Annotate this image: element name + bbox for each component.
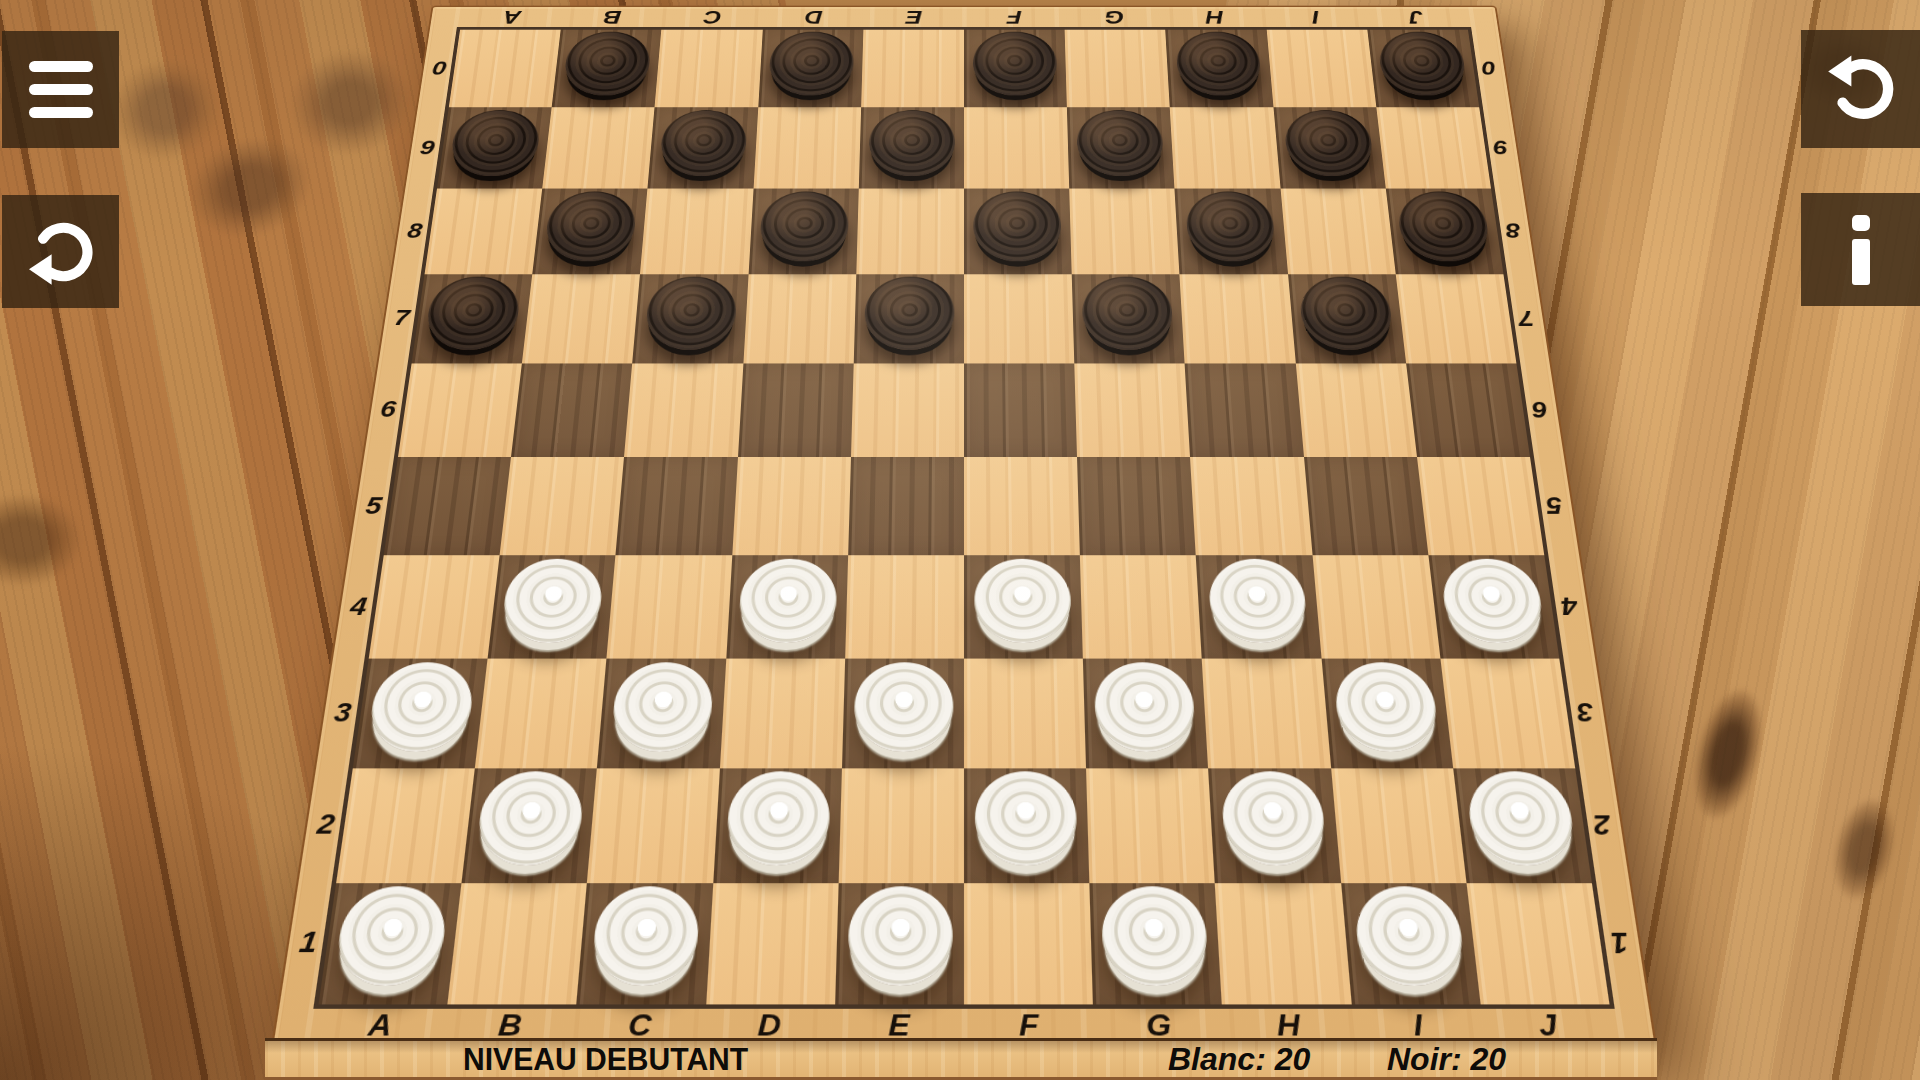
square-C2[interactable] xyxy=(587,768,719,883)
checkers-board[interactable]: ABCDEFGHIJ ABCDEFGHIJ 0987654321 0987654… xyxy=(271,6,1657,1045)
square-J3[interactable] xyxy=(1440,659,1575,768)
square-E0[interactable] xyxy=(861,30,964,108)
black-piece[interactable] xyxy=(1175,32,1263,96)
white-piece[interactable] xyxy=(1332,662,1440,751)
square-G7[interactable] xyxy=(1072,274,1185,363)
square-D4[interactable] xyxy=(726,555,848,659)
square-B4[interactable] xyxy=(488,555,616,659)
black-piece[interactable] xyxy=(1395,191,1491,261)
square-E6[interactable] xyxy=(851,363,964,457)
square-J4[interactable] xyxy=(1428,555,1559,659)
white-piece[interactable] xyxy=(1352,887,1466,986)
square-E5[interactable] xyxy=(848,457,964,555)
white-piece[interactable] xyxy=(1207,558,1309,643)
square-A1[interactable] xyxy=(318,883,461,1004)
square-J7[interactable] xyxy=(1396,274,1517,363)
square-B5[interactable] xyxy=(500,457,625,555)
coordinate-label: C xyxy=(662,6,764,29)
square-I4[interactable] xyxy=(1312,555,1440,659)
square-B6[interactable] xyxy=(511,363,632,457)
square-B1[interactable] xyxy=(448,883,588,1004)
square-E1[interactable] xyxy=(835,883,964,1004)
square-F9[interactable] xyxy=(964,107,1069,188)
square-I2[interactable] xyxy=(1331,768,1467,883)
black-piece[interactable] xyxy=(1184,191,1276,261)
white-piece[interactable] xyxy=(500,558,605,643)
square-A2[interactable] xyxy=(336,768,475,883)
white-piece[interactable] xyxy=(610,662,715,751)
white-piece[interactable] xyxy=(366,662,476,751)
square-H6[interactable] xyxy=(1185,363,1304,457)
square-D8[interactable] xyxy=(748,189,858,274)
square-F4[interactable] xyxy=(964,555,1083,659)
coordinate-label: B xyxy=(561,6,664,29)
board-grid xyxy=(318,30,1609,1005)
square-C1[interactable] xyxy=(577,883,713,1004)
black-piece[interactable] xyxy=(768,32,854,96)
square-C6[interactable] xyxy=(624,363,743,457)
coordinate-label: A xyxy=(460,6,563,29)
black-piece[interactable] xyxy=(1076,110,1164,177)
square-C5[interactable] xyxy=(616,457,738,555)
square-C0[interactable] xyxy=(655,30,763,108)
white-piece[interactable] xyxy=(1220,771,1328,865)
coordinate-label: F xyxy=(964,6,1065,29)
black-piece[interactable] xyxy=(544,191,638,261)
white-piece[interactable] xyxy=(475,771,586,865)
square-H5[interactable] xyxy=(1190,457,1312,555)
square-J9[interactable] xyxy=(1376,107,1491,188)
coordinate-label: I xyxy=(1264,6,1367,29)
square-B3[interactable] xyxy=(475,659,607,768)
square-B0[interactable] xyxy=(552,30,662,108)
square-I8[interactable] xyxy=(1280,189,1395,274)
square-G3[interactable] xyxy=(1083,659,1208,768)
coordinate-label: J xyxy=(1364,6,1467,29)
undo-button[interactable] xyxy=(1801,30,1920,148)
white-piece[interactable] xyxy=(975,771,1078,865)
white-piece[interactable] xyxy=(737,558,837,643)
coordinate-label: D xyxy=(763,6,864,29)
square-G0[interactable] xyxy=(1065,30,1170,108)
white-piece[interactable] xyxy=(853,662,953,751)
square-D6[interactable] xyxy=(738,363,854,457)
coordinate-label: E xyxy=(863,6,964,29)
square-D3[interactable] xyxy=(720,659,845,768)
square-A0[interactable] xyxy=(449,30,561,108)
square-I1[interactable] xyxy=(1341,883,1481,1004)
square-F8[interactable] xyxy=(964,189,1072,274)
square-I3[interactable] xyxy=(1321,659,1453,768)
square-D0[interactable] xyxy=(758,30,863,108)
square-G5[interactable] xyxy=(1077,457,1196,555)
black-piece[interactable] xyxy=(1298,277,1395,350)
square-H8[interactable] xyxy=(1175,189,1288,274)
square-E3[interactable] xyxy=(842,659,964,768)
square-D2[interactable] xyxy=(713,768,842,883)
square-F6[interactable] xyxy=(964,363,1077,457)
square-D9[interactable] xyxy=(753,107,861,188)
square-E2[interactable] xyxy=(838,768,964,883)
square-J2[interactable] xyxy=(1453,768,1592,883)
square-I0[interactable] xyxy=(1266,30,1376,108)
black-piece[interactable] xyxy=(658,110,748,177)
square-E9[interactable] xyxy=(859,107,964,188)
square-G4[interactable] xyxy=(1080,555,1202,659)
coordinate-label: G xyxy=(1064,6,1165,29)
white-piece[interactable] xyxy=(1094,662,1197,751)
square-I7[interactable] xyxy=(1288,274,1406,363)
square-A7[interactable] xyxy=(412,274,533,363)
black-piece[interactable] xyxy=(973,32,1057,96)
square-A6[interactable] xyxy=(398,363,522,457)
square-I5[interactable] xyxy=(1304,457,1429,555)
square-E7[interactable] xyxy=(854,274,964,363)
square-C8[interactable] xyxy=(640,189,753,274)
square-D5[interactable] xyxy=(732,457,851,555)
undo-icon xyxy=(1821,49,1901,129)
white-piece[interactable] xyxy=(974,558,1071,643)
rotate-icon xyxy=(22,213,100,291)
level-label: NIVEAU DEBUTANT xyxy=(463,1041,748,1077)
black-score: Noir: 20 xyxy=(1387,1041,1506,1077)
square-A8[interactable] xyxy=(425,189,543,274)
square-D1[interactable] xyxy=(706,883,839,1004)
white-piece[interactable] xyxy=(590,887,701,986)
square-J5[interactable] xyxy=(1417,457,1544,555)
square-H2[interactable] xyxy=(1208,768,1340,883)
square-H9[interactable] xyxy=(1170,107,1280,188)
square-F0[interactable] xyxy=(964,30,1067,108)
square-D7[interactable] xyxy=(743,274,856,363)
square-I9[interactable] xyxy=(1273,107,1386,188)
black-piece[interactable] xyxy=(759,191,849,261)
white-piece[interactable] xyxy=(333,887,450,986)
black-piece[interactable] xyxy=(864,277,954,350)
white-piece[interactable] xyxy=(1439,558,1546,643)
square-B2[interactable] xyxy=(462,768,598,883)
square-J8[interactable] xyxy=(1386,189,1504,274)
square-G9[interactable] xyxy=(1067,107,1175,188)
square-F5[interactable] xyxy=(964,457,1080,555)
black-piece[interactable] xyxy=(562,32,652,96)
square-A9[interactable] xyxy=(437,107,552,188)
square-G2[interactable] xyxy=(1086,768,1215,883)
square-F3[interactable] xyxy=(964,659,1086,768)
square-B7[interactable] xyxy=(522,274,640,363)
black-piece[interactable] xyxy=(1376,32,1468,96)
white-score: Blanc: 20 xyxy=(1168,1041,1310,1077)
square-I6[interactable] xyxy=(1295,363,1416,457)
black-piece[interactable] xyxy=(448,110,542,177)
black-piece[interactable] xyxy=(868,110,954,177)
info-icon xyxy=(1852,215,1870,285)
square-C3[interactable] xyxy=(597,659,726,768)
square-A4[interactable] xyxy=(369,555,500,659)
info-button[interactable] xyxy=(1801,193,1920,306)
square-A5[interactable] xyxy=(384,457,511,555)
square-B8[interactable] xyxy=(532,189,647,274)
square-G1[interactable] xyxy=(1090,883,1223,1004)
square-H0[interactable] xyxy=(1166,30,1274,108)
square-C9[interactable] xyxy=(648,107,758,188)
black-piece[interactable] xyxy=(1082,277,1175,350)
square-H7[interactable] xyxy=(1180,274,1296,363)
square-F1[interactable] xyxy=(964,883,1093,1004)
square-G8[interactable] xyxy=(1069,189,1179,274)
coordinate-label: H xyxy=(1164,6,1266,29)
square-C4[interactable] xyxy=(607,555,732,659)
menu-button[interactable] xyxy=(2,31,119,148)
white-piece[interactable] xyxy=(1464,771,1578,865)
square-G6[interactable] xyxy=(1074,363,1190,457)
square-J0[interactable] xyxy=(1367,30,1479,108)
square-J1[interactable] xyxy=(1466,883,1609,1004)
square-C7[interactable] xyxy=(633,274,749,363)
square-H1[interactable] xyxy=(1215,883,1351,1004)
square-E4[interactable] xyxy=(845,555,964,659)
white-piece[interactable] xyxy=(1101,887,1210,986)
column-labels-top: ABCDEFGHIJ xyxy=(460,6,1467,29)
rotate-button[interactable] xyxy=(2,195,119,308)
square-H4[interactable] xyxy=(1196,555,1321,659)
square-F7[interactable] xyxy=(964,274,1074,363)
square-A3[interactable] xyxy=(353,659,488,768)
white-piece[interactable] xyxy=(725,771,831,865)
square-F2[interactable] xyxy=(964,768,1090,883)
square-B9[interactable] xyxy=(542,107,655,188)
white-piece[interactable] xyxy=(847,887,953,986)
square-H3[interactable] xyxy=(1202,659,1331,768)
game-screen: ABCDEFGHIJ ABCDEFGHIJ 0987654321 0987654… xyxy=(0,0,1920,1080)
black-piece[interactable] xyxy=(423,277,522,350)
hamburger-icon xyxy=(29,61,93,118)
square-E8[interactable] xyxy=(856,189,964,274)
black-piece[interactable] xyxy=(973,191,1061,261)
square-J6[interactable] xyxy=(1406,363,1530,457)
status-bar: NIVEAU DEBUTANT Blanc: 20 Noir: 20 xyxy=(265,1038,1657,1080)
black-piece[interactable] xyxy=(1283,110,1375,177)
black-piece[interactable] xyxy=(644,277,739,350)
